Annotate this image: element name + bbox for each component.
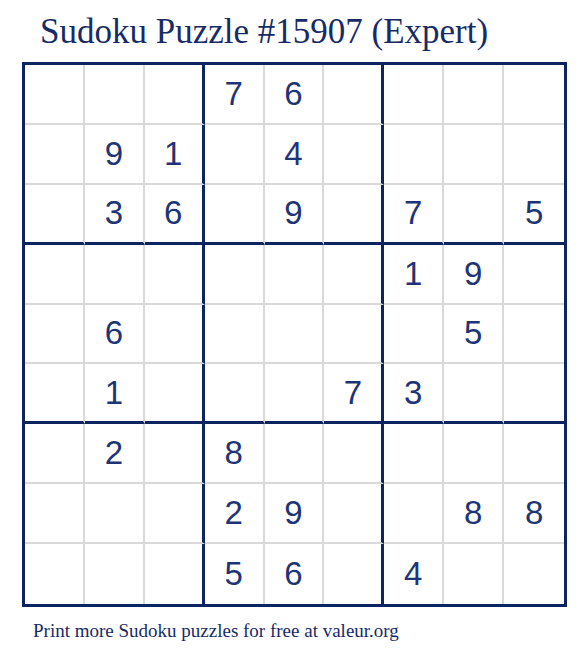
cell-r8c5[interactable]: 9 — [265, 484, 325, 544]
cell-r7c5[interactable] — [265, 424, 325, 484]
cell-r8c8[interactable]: 8 — [444, 484, 504, 544]
cell-r5c4[interactable] — [205, 305, 265, 365]
cell-r2c2[interactable]: 9 — [85, 125, 145, 185]
footer-text: Print more Sudoku puzzles for free at va… — [33, 620, 580, 642]
page-title: Sudoku Puzzle #15907 (Expert) — [40, 12, 580, 52]
cell-r3c7[interactable]: 7 — [384, 185, 444, 245]
cell-r1c4[interactable]: 7 — [205, 65, 265, 125]
cell-r9c6[interactable] — [324, 544, 384, 604]
cell-r7c7[interactable] — [384, 424, 444, 484]
cell-r9c5[interactable]: 6 — [265, 544, 325, 604]
cell-r7c9[interactable] — [504, 424, 564, 484]
cell-r7c6[interactable] — [324, 424, 384, 484]
cell-r3c9[interactable]: 5 — [504, 185, 564, 245]
cell-r6c5[interactable] — [265, 364, 325, 424]
cell-r3c1[interactable] — [25, 185, 85, 245]
cell-r7c1[interactable] — [25, 424, 85, 484]
cell-r7c4[interactable]: 8 — [205, 424, 265, 484]
cell-r5c9[interactable] — [504, 305, 564, 365]
cell-r9c1[interactable] — [25, 544, 85, 604]
cell-r9c4[interactable]: 5 — [205, 544, 265, 604]
cell-r2c9[interactable] — [504, 125, 564, 185]
cell-r2c6[interactable] — [324, 125, 384, 185]
cell-r1c2[interactable] — [85, 65, 145, 125]
cell-r1c9[interactable] — [504, 65, 564, 125]
cell-r6c7[interactable]: 3 — [384, 364, 444, 424]
cell-r1c7[interactable] — [384, 65, 444, 125]
cell-r6c9[interactable] — [504, 364, 564, 424]
cell-r9c3[interactable] — [145, 544, 205, 604]
cell-r5c7[interactable] — [384, 305, 444, 365]
cell-r6c3[interactable] — [145, 364, 205, 424]
cell-r3c8[interactable] — [444, 185, 504, 245]
cell-r5c8[interactable]: 5 — [444, 305, 504, 365]
cell-r9c9[interactable] — [504, 544, 564, 604]
cell-r3c2[interactable]: 3 — [85, 185, 145, 245]
cell-r1c1[interactable] — [25, 65, 85, 125]
cell-r3c6[interactable] — [324, 185, 384, 245]
cell-r6c4[interactable] — [205, 364, 265, 424]
cell-r4c4[interactable] — [205, 245, 265, 305]
cell-r8c2[interactable] — [85, 484, 145, 544]
cell-r5c2[interactable]: 6 — [85, 305, 145, 365]
cell-r8c4[interactable]: 2 — [205, 484, 265, 544]
cell-r9c7[interactable]: 4 — [384, 544, 444, 604]
cell-r2c8[interactable] — [444, 125, 504, 185]
cell-r4c6[interactable] — [324, 245, 384, 305]
cell-r4c8[interactable]: 9 — [444, 245, 504, 305]
cell-r7c3[interactable] — [145, 424, 205, 484]
cell-r4c9[interactable] — [504, 245, 564, 305]
cell-r1c5[interactable]: 6 — [265, 65, 325, 125]
cell-r8c9[interactable]: 8 — [504, 484, 564, 544]
cell-r5c6[interactable] — [324, 305, 384, 365]
cell-r5c5[interactable] — [265, 305, 325, 365]
cell-r1c3[interactable] — [145, 65, 205, 125]
cell-r3c4[interactable] — [205, 185, 265, 245]
cell-r1c6[interactable] — [324, 65, 384, 125]
cell-r2c3[interactable]: 1 — [145, 125, 205, 185]
cell-r3c3[interactable]: 6 — [145, 185, 205, 245]
cell-r4c3[interactable] — [145, 245, 205, 305]
cell-r2c4[interactable] — [205, 125, 265, 185]
cell-r4c2[interactable] — [85, 245, 145, 305]
cell-r6c6[interactable]: 7 — [324, 364, 384, 424]
cell-r8c7[interactable] — [384, 484, 444, 544]
cell-r7c2[interactable]: 2 — [85, 424, 145, 484]
cell-r8c1[interactable] — [25, 484, 85, 544]
cell-r5c1[interactable] — [25, 305, 85, 365]
cell-r6c2[interactable]: 1 — [85, 364, 145, 424]
cell-r2c7[interactable] — [384, 125, 444, 185]
cell-r4c7[interactable]: 1 — [384, 245, 444, 305]
cell-r5c3[interactable] — [145, 305, 205, 365]
cell-r8c3[interactable] — [145, 484, 205, 544]
cell-r4c5[interactable] — [265, 245, 325, 305]
cell-r8c6[interactable] — [324, 484, 384, 544]
cell-r6c1[interactable] — [25, 364, 85, 424]
cell-r9c8[interactable] — [444, 544, 504, 604]
cell-r1c8[interactable] — [444, 65, 504, 125]
cell-r3c5[interactable]: 9 — [265, 185, 325, 245]
cell-r4c1[interactable] — [25, 245, 85, 305]
cell-r7c8[interactable] — [444, 424, 504, 484]
cell-r2c1[interactable] — [25, 125, 85, 185]
cell-r6c8[interactable] — [444, 364, 504, 424]
sudoku-grid: 76914369751965173282988564 — [22, 62, 567, 607]
cell-r2c5[interactable]: 4 — [265, 125, 325, 185]
cell-r9c2[interactable] — [85, 544, 145, 604]
